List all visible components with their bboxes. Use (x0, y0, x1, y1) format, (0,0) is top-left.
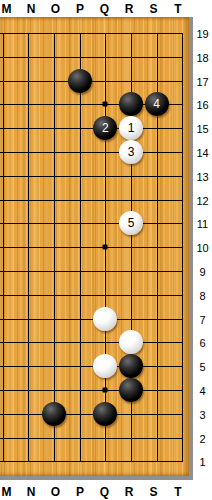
stone-move-number: 5 (128, 217, 135, 229)
go-board-diagram: MNOPQRST 42135 1918171615141312111098765… (0, 0, 212, 500)
row-label-5: 5 (193, 362, 212, 373)
white-stone (119, 330, 143, 354)
stone-move-number: 3 (128, 146, 135, 158)
row-label-4: 4 (193, 386, 212, 397)
column-label-T: T (174, 486, 181, 498)
row-label-1: 1 (193, 457, 212, 468)
grid-line-vertical (80, 33, 81, 462)
row-label-10: 10 (193, 243, 212, 254)
column-label-P: P (76, 486, 84, 498)
grid-line-vertical (54, 33, 55, 462)
row-label-18: 18 (193, 52, 212, 63)
row-label-8: 8 (193, 290, 212, 301)
grid-line-vertical (3, 33, 4, 462)
grid-line-vertical (182, 33, 183, 462)
star-point (103, 245, 108, 250)
go-board[interactable]: 42135 (0, 17, 193, 480)
row-label-7: 7 (193, 314, 212, 325)
black-stone (119, 354, 143, 378)
black-stone (68, 69, 92, 93)
column-labels-bottom: MNOPQRST (0, 483, 212, 500)
column-label-O: O (51, 3, 60, 15)
row-label-15: 15 (193, 124, 212, 135)
column-label-N: N (27, 3, 36, 15)
row-label-17: 17 (193, 76, 212, 87)
column-label-S: S (149, 486, 157, 498)
star-point (103, 388, 108, 393)
row-label-6: 6 (193, 338, 212, 349)
column-label-M: M (2, 3, 12, 15)
column-label-M: M (2, 486, 12, 498)
white-stone: 1 (119, 116, 143, 140)
row-label-12: 12 (193, 195, 212, 206)
row-label-14: 14 (193, 148, 212, 159)
black-stone (119, 378, 143, 402)
row-label-11: 11 (193, 219, 212, 230)
column-label-R: R (125, 3, 134, 15)
white-stone: 3 (119, 140, 143, 164)
column-labels-top: MNOPQRST (0, 0, 212, 17)
white-stone (93, 307, 117, 331)
stone-move-number: 2 (102, 122, 109, 134)
row-label-2: 2 (193, 433, 212, 444)
star-point (103, 102, 108, 107)
row-label-9: 9 (193, 267, 212, 278)
column-label-Q: Q (100, 3, 109, 15)
column-label-N: N (27, 486, 36, 498)
row-labels-right: 19181716151413121110987654321 (193, 17, 212, 480)
column-label-O: O (51, 486, 60, 498)
column-label-P: P (76, 3, 84, 15)
column-label-R: R (125, 486, 134, 498)
column-label-Q: Q (100, 486, 109, 498)
stone-move-number: 1 (128, 122, 135, 134)
black-stone (93, 402, 117, 426)
grid-line-vertical (28, 33, 29, 462)
row-label-16: 16 (193, 100, 212, 111)
row-label-3: 3 (193, 409, 212, 420)
stone-move-number: 4 (153, 98, 160, 110)
white-stone: 5 (119, 211, 143, 235)
column-label-T: T (174, 3, 181, 15)
black-stone (119, 92, 143, 116)
black-stone: 4 (145, 92, 169, 116)
black-stone (42, 402, 66, 426)
row-label-19: 19 (193, 29, 212, 40)
black-stone: 2 (93, 116, 117, 140)
row-label-13: 13 (193, 171, 212, 182)
column-label-S: S (149, 3, 157, 15)
white-stone (93, 354, 117, 378)
